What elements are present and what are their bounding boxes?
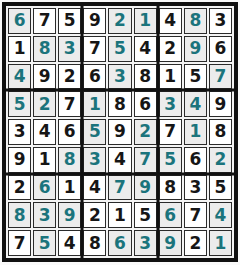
- cell-r8c2[interactable]: 3: [33, 202, 56, 228]
- cell-r3c1[interactable]: 4: [8, 64, 31, 90]
- cell-r3c9[interactable]: 7: [209, 64, 232, 90]
- cell-r9c6[interactable]: 3: [134, 230, 157, 256]
- cell-r4c3[interactable]: 7: [58, 91, 81, 117]
- cell-r6c2[interactable]: 1: [33, 147, 56, 173]
- cell-r7c1[interactable]: 2: [8, 175, 31, 201]
- cell-r9c7[interactable]: 9: [159, 230, 182, 256]
- cell-r8c5[interactable]: 1: [108, 202, 131, 228]
- sudoku-board: 6759214831837542964926381575271863493465…: [2, 2, 238, 262]
- cell-r7c3[interactable]: 1: [58, 175, 81, 201]
- cell-r4c7[interactable]: 3: [159, 91, 182, 117]
- cell-r6c7[interactable]: 5: [159, 147, 182, 173]
- cell-r7c9[interactable]: 5: [209, 175, 232, 201]
- cell-r7c2[interactable]: 6: [33, 175, 56, 201]
- cell-r3c8[interactable]: 5: [184, 64, 207, 90]
- cell-r5c1[interactable]: 3: [8, 119, 31, 145]
- cell-r6c1[interactable]: 9: [8, 147, 31, 173]
- cell-r5c3[interactable]: 6: [58, 119, 81, 145]
- cell-r3c5[interactable]: 3: [108, 64, 131, 90]
- cell-r7c7[interactable]: 8: [159, 175, 182, 201]
- cell-r1c4[interactable]: 9: [83, 8, 106, 34]
- cell-r3c7[interactable]: 1: [159, 64, 182, 90]
- cell-r1c2[interactable]: 7: [33, 8, 56, 34]
- cell-r4c2[interactable]: 2: [33, 91, 56, 117]
- cell-r8c9[interactable]: 4: [209, 202, 232, 228]
- cell-r4c4[interactable]: 1: [83, 91, 106, 117]
- cell-r4c9[interactable]: 9: [209, 91, 232, 117]
- cell-r2c3[interactable]: 3: [58, 36, 81, 62]
- cell-r3c6[interactable]: 8: [134, 64, 157, 90]
- cell-r5c8[interactable]: 1: [184, 119, 207, 145]
- cell-r1c3[interactable]: 5: [58, 8, 81, 34]
- box-divider-horizontal-1: [6, 89, 234, 92]
- cell-r3c2[interactable]: 9: [33, 64, 56, 90]
- cell-r5c5[interactable]: 9: [108, 119, 131, 145]
- cell-r4c5[interactable]: 8: [108, 91, 131, 117]
- cell-r6c5[interactable]: 4: [108, 147, 131, 173]
- cell-r1c9[interactable]: 3: [209, 8, 232, 34]
- cell-r9c9[interactable]: 1: [209, 230, 232, 256]
- cell-r3c3[interactable]: 2: [58, 64, 81, 90]
- cell-r9c5[interactable]: 6: [108, 230, 131, 256]
- cell-r8c7[interactable]: 6: [159, 202, 182, 228]
- cell-r2c5[interactable]: 5: [108, 36, 131, 62]
- cell-r5c9[interactable]: 8: [209, 119, 232, 145]
- cell-r7c8[interactable]: 3: [184, 175, 207, 201]
- cell-r5c7[interactable]: 7: [159, 119, 182, 145]
- cell-r9c2[interactable]: 5: [33, 230, 56, 256]
- cell-r7c6[interactable]: 9: [134, 175, 157, 201]
- cell-r5c4[interactable]: 5: [83, 119, 106, 145]
- cell-r8c8[interactable]: 7: [184, 202, 207, 228]
- cell-r7c4[interactable]: 4: [83, 175, 106, 201]
- cell-r2c7[interactable]: 2: [159, 36, 182, 62]
- cell-r6c3[interactable]: 8: [58, 147, 81, 173]
- cell-r2c2[interactable]: 8: [33, 36, 56, 62]
- box-divider-horizontal-2: [6, 173, 234, 176]
- page: 6759214831837542964926381575271863493465…: [0, 0, 240, 265]
- box-divider-vertical-1: [81, 6, 84, 258]
- box-divider-vertical-2: [157, 6, 160, 258]
- cell-r1c1[interactable]: 6: [8, 8, 31, 34]
- cell-r5c6[interactable]: 2: [134, 119, 157, 145]
- cell-r2c6[interactable]: 4: [134, 36, 157, 62]
- cell-r1c5[interactable]: 2: [108, 8, 131, 34]
- cell-r9c3[interactable]: 4: [58, 230, 81, 256]
- cell-r7c5[interactable]: 7: [108, 175, 131, 201]
- cell-r4c1[interactable]: 5: [8, 91, 31, 117]
- cell-r1c8[interactable]: 8: [184, 8, 207, 34]
- cell-r1c6[interactable]: 1: [134, 8, 157, 34]
- cell-r8c1[interactable]: 8: [8, 202, 31, 228]
- cell-r3c4[interactable]: 6: [83, 64, 106, 90]
- cell-r8c3[interactable]: 9: [58, 202, 81, 228]
- cell-r1c7[interactable]: 4: [159, 8, 182, 34]
- cell-r9c4[interactable]: 8: [83, 230, 106, 256]
- cell-r5c2[interactable]: 4: [33, 119, 56, 145]
- cell-r6c8[interactable]: 6: [184, 147, 207, 173]
- cell-r4c6[interactable]: 6: [134, 91, 157, 117]
- cell-r2c8[interactable]: 9: [184, 36, 207, 62]
- cell-r6c4[interactable]: 3: [83, 147, 106, 173]
- cell-r6c6[interactable]: 7: [134, 147, 157, 173]
- cell-r2c4[interactable]: 7: [83, 36, 106, 62]
- cell-r8c6[interactable]: 5: [134, 202, 157, 228]
- cell-r8c4[interactable]: 2: [83, 202, 106, 228]
- cell-r2c1[interactable]: 1: [8, 36, 31, 62]
- cell-r6c9[interactable]: 2: [209, 147, 232, 173]
- cell-r9c8[interactable]: 2: [184, 230, 207, 256]
- cell-r9c1[interactable]: 7: [8, 230, 31, 256]
- cell-r2c9[interactable]: 6: [209, 36, 232, 62]
- cell-r4c8[interactable]: 4: [184, 91, 207, 117]
